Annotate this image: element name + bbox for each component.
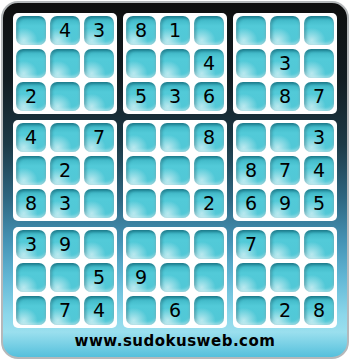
- cell-r7c1[interactable]: 3: [16, 230, 46, 259]
- cell-r8c4[interactable]: 9: [126, 263, 156, 292]
- cell-r2c9[interactable]: [304, 49, 334, 78]
- cell-r5c5[interactable]: [160, 156, 190, 185]
- cell-r9c1[interactable]: [16, 296, 46, 325]
- cell-r7c4[interactable]: [126, 230, 156, 259]
- cell-r5c4[interactable]: [126, 156, 156, 185]
- cell-r5c2[interactable]: 2: [50, 156, 80, 185]
- cell-r1c7[interactable]: [236, 16, 266, 45]
- sudoku-box-6: 3874695: [233, 120, 337, 221]
- sudoku-box-3: 387: [233, 13, 337, 114]
- site-footer: www.sudokusweb.com: [13, 328, 337, 357]
- cell-r4c6[interactable]: 8: [194, 123, 224, 152]
- cell-r4c8[interactable]: [270, 123, 300, 152]
- cell-r3c9[interactable]: 7: [304, 82, 334, 111]
- cell-r9c8[interactable]: 2: [270, 296, 300, 325]
- cell-r3c1[interactable]: 2: [16, 82, 46, 111]
- sudoku-box-9: 728: [233, 227, 337, 328]
- cell-r8c5[interactable]: [160, 263, 190, 292]
- cell-r2c5[interactable]: [160, 49, 190, 78]
- cell-r6c5[interactable]: [160, 189, 190, 218]
- cell-r6c4[interactable]: [126, 189, 156, 218]
- cell-r6c3[interactable]: [84, 189, 114, 218]
- cell-r8c7[interactable]: [236, 263, 266, 292]
- cell-r5c6[interactable]: [194, 156, 224, 185]
- cell-r2c4[interactable]: [126, 49, 156, 78]
- cell-r5c8[interactable]: 7: [270, 156, 300, 185]
- cell-r8c8[interactable]: [270, 263, 300, 292]
- cell-r3c3[interactable]: [84, 82, 114, 111]
- cell-r4c4[interactable]: [126, 123, 156, 152]
- cell-r9c4[interactable]: [126, 296, 156, 325]
- cell-r1c2[interactable]: 4: [50, 16, 80, 45]
- cell-r6c2[interactable]: 3: [50, 189, 80, 218]
- cell-r3c5[interactable]: 3: [160, 82, 190, 111]
- sudoku-board: 432814536387472838238746953957496728: [13, 13, 337, 328]
- sudoku-widget: 432814536387472838238746953957496728 www…: [1, 1, 349, 359]
- cell-r4c1[interactable]: 4: [16, 123, 46, 152]
- sudoku-box-1: 432: [13, 13, 117, 114]
- cell-r9c2[interactable]: 7: [50, 296, 80, 325]
- sudoku-box-8: 96: [123, 227, 227, 328]
- cell-r2c8[interactable]: 3: [270, 49, 300, 78]
- sudoku-box-7: 39574: [13, 227, 117, 328]
- cell-r7c5[interactable]: [160, 230, 190, 259]
- site-url: www.sudokusweb.com: [75, 332, 276, 350]
- cell-r5c1[interactable]: [16, 156, 46, 185]
- sudoku-box-4: 47283: [13, 120, 117, 221]
- cell-r8c2[interactable]: [50, 263, 80, 292]
- cell-r3c2[interactable]: [50, 82, 80, 111]
- cell-r6c1[interactable]: 8: [16, 189, 46, 218]
- cell-r4c9[interactable]: 3: [304, 123, 334, 152]
- cell-r4c3[interactable]: 7: [84, 123, 114, 152]
- cell-r6c7[interactable]: 6: [236, 189, 266, 218]
- cell-r3c8[interactable]: 8: [270, 82, 300, 111]
- cell-r1c4[interactable]: 8: [126, 16, 156, 45]
- cell-r1c5[interactable]: 1: [160, 16, 190, 45]
- cell-r7c2[interactable]: 9: [50, 230, 80, 259]
- cell-r9c9[interactable]: 8: [304, 296, 334, 325]
- cell-r2c3[interactable]: [84, 49, 114, 78]
- cell-r7c3[interactable]: [84, 230, 114, 259]
- cell-r5c9[interactable]: 4: [304, 156, 334, 185]
- cell-r8c1[interactable]: [16, 263, 46, 292]
- cell-r6c6[interactable]: 2: [194, 189, 224, 218]
- cell-r3c7[interactable]: [236, 82, 266, 111]
- cell-r1c1[interactable]: [16, 16, 46, 45]
- cell-r7c7[interactable]: 7: [236, 230, 266, 259]
- cell-r4c7[interactable]: [236, 123, 266, 152]
- cell-r5c7[interactable]: 8: [236, 156, 266, 185]
- cell-r2c1[interactable]: [16, 49, 46, 78]
- cell-r8c9[interactable]: [304, 263, 334, 292]
- cell-r3c6[interactable]: 6: [194, 82, 224, 111]
- cell-r8c6[interactable]: [194, 263, 224, 292]
- cell-r2c2[interactable]: [50, 49, 80, 78]
- cell-r6c8[interactable]: 9: [270, 189, 300, 218]
- cell-r4c5[interactable]: [160, 123, 190, 152]
- sudoku-box-2: 814536: [123, 13, 227, 114]
- cell-r1c3[interactable]: 3: [84, 16, 114, 45]
- cell-r2c6[interactable]: 4: [194, 49, 224, 78]
- cell-r9c6[interactable]: [194, 296, 224, 325]
- cell-r9c3[interactable]: 4: [84, 296, 114, 325]
- cell-r9c5[interactable]: 6: [160, 296, 190, 325]
- cell-r7c8[interactable]: [270, 230, 300, 259]
- cell-r1c9[interactable]: [304, 16, 334, 45]
- cell-r6c9[interactable]: 5: [304, 189, 334, 218]
- cell-r3c4[interactable]: 5: [126, 82, 156, 111]
- sudoku-box-5: 82: [123, 120, 227, 221]
- cell-r7c6[interactable]: [194, 230, 224, 259]
- cell-r5c3[interactable]: [84, 156, 114, 185]
- cell-r8c3[interactable]: 5: [84, 263, 114, 292]
- cell-r1c8[interactable]: [270, 16, 300, 45]
- cell-r4c2[interactable]: [50, 123, 80, 152]
- cell-r9c7[interactable]: [236, 296, 266, 325]
- cell-r2c7[interactable]: [236, 49, 266, 78]
- cell-r7c9[interactable]: [304, 230, 334, 259]
- cell-r1c6[interactable]: [194, 16, 224, 45]
